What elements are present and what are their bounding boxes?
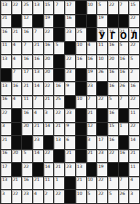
code-cell[interactable]: 11 — [22, 96, 32, 109]
code-cell[interactable]: 21 — [87, 150, 97, 163]
codeword-grid: 1322251315717105227152112191619221621167… — [0, 0, 140, 204]
cell-code-number: 21 — [13, 29, 18, 34]
cell-code-number: 22 — [109, 150, 114, 155]
code-cell[interactable]: 22 — [44, 28, 54, 41]
cell-code-number: 23 — [66, 164, 71, 169]
code-cell[interactable]: 7 — [33, 28, 43, 41]
cell-code-number: 10 — [77, 96, 82, 101]
cell-code-number: 4 — [34, 110, 37, 115]
code-cell[interactable]: 11 — [129, 163, 139, 176]
code-cell[interactable]: 22 — [129, 123, 139, 136]
code-cell[interactable]: 5 — [54, 42, 64, 55]
codeword-puzzle: codeword 1322251315717105227152112191619… — [0, 0, 140, 204]
code-cell[interactable]: 16 — [1, 96, 11, 109]
cell-code-number: 23 — [88, 83, 93, 88]
cell-code-number: 16 — [55, 83, 60, 88]
cell-code-number: 19 — [88, 69, 93, 74]
code-cell[interactable]: 9 — [65, 82, 75, 95]
cell-code-number: 23 — [66, 29, 71, 34]
cell-code-number: 15 — [130, 2, 135, 7]
cell-code-number: 16 — [109, 110, 114, 115]
code-cell[interactable]: 20 — [12, 150, 22, 163]
code-cell[interactable]: 14 — [33, 82, 43, 95]
cell-code-number: 7 — [55, 2, 58, 7]
code-cell[interactable]: 21 — [87, 109, 97, 122]
cell-code-number: 1 — [109, 177, 112, 182]
code-cell[interactable]: 16 — [44, 42, 54, 55]
code-cell[interactable]: 14 — [33, 150, 43, 163]
code-cell[interactable]: 14 — [44, 163, 54, 176]
code-cell[interactable]: 7 — [22, 42, 32, 55]
code-cell[interactable]: 1 — [119, 123, 129, 136]
code-cell[interactable]: 23 — [87, 82, 97, 95]
black-cell — [119, 163, 129, 176]
cell-code-number: 22 — [66, 56, 71, 61]
code-cell[interactable]: 22 — [1, 109, 11, 122]
code-cell[interactable]: 16 — [108, 69, 118, 82]
cell-code-number: 17 — [2, 164, 7, 169]
cell-code-number: 14 — [34, 150, 39, 155]
code-cell[interactable]: 10 — [76, 96, 86, 109]
code-cell[interactable]: 14 — [129, 136, 139, 149]
cell-code-number: 4 — [130, 177, 133, 182]
black-cell — [119, 15, 129, 28]
code-cell[interactable]: 12 — [22, 15, 32, 28]
code-cell[interactable]: 16 — [119, 55, 129, 68]
code-cell[interactable]: 23 — [65, 69, 75, 82]
code-cell[interactable]: 4 — [33, 190, 43, 203]
code-cell[interactable]: 7 — [54, 1, 64, 14]
black-cell — [76, 109, 86, 122]
cell-code-number: 5 — [120, 42, 123, 47]
cell-code-number: 21 — [88, 150, 93, 155]
code-cell[interactable]: 4 — [12, 96, 22, 109]
code-cell[interactable]: 16 — [119, 69, 129, 82]
code-cell[interactable]: 22 — [12, 1, 22, 14]
code-cell[interactable]: 19 — [97, 15, 107, 28]
cell-code-number: 16 — [2, 96, 7, 101]
code-cell[interactable]: 11 — [1, 42, 11, 55]
cell-code-number: 16 — [130, 83, 135, 88]
code-cell[interactable]: 13 — [76, 163, 86, 176]
code-cell[interactable]: 11 — [97, 42, 107, 55]
code-cell[interactable]: 11 — [44, 177, 54, 190]
code-cell[interactable]: 21 — [12, 28, 22, 41]
code-cell[interactable]: 20 — [108, 55, 118, 68]
cell-code-number: 22 — [45, 83, 50, 88]
code-cell[interactable]: 16 — [12, 82, 22, 95]
black-cell — [12, 123, 22, 136]
cell-code-number: 5 — [55, 42, 58, 47]
code-cell[interactable]: 22 — [108, 150, 118, 163]
code-cell[interactable]: 17 — [97, 136, 107, 149]
code-cell[interactable]: 5 — [108, 96, 118, 109]
code-cell[interactable]: 21 — [129, 150, 139, 163]
code-cell[interactable]: 21 — [1, 15, 11, 28]
cell-code-number: 19 — [98, 164, 103, 169]
black-cell — [76, 1, 86, 14]
code-cell[interactable]: 16 — [22, 177, 32, 190]
code-cell[interactable]: 16 — [108, 42, 118, 55]
code-cell[interactable]: 26 — [119, 82, 129, 95]
cell-code-number: 5 — [109, 191, 112, 196]
code-cell[interactable]: 4 — [12, 55, 22, 68]
code-cell[interactable]: 13 — [33, 1, 43, 14]
code-cell[interactable]: 22 — [54, 190, 64, 203]
code-cell[interactable]: 25 — [54, 96, 64, 109]
code-cell[interactable]: 23 — [22, 190, 32, 203]
cell-code-number: 23 — [66, 69, 71, 74]
cell-code-number: 4 — [34, 191, 37, 196]
cell-code-number: 11 — [130, 164, 135, 169]
code-cell[interactable]: 3 — [1, 190, 11, 203]
code-cell[interactable]: 13 — [1, 55, 11, 68]
code-cell[interactable]: 5 — [97, 1, 107, 14]
cell-code-number: 25 — [23, 2, 28, 7]
cell-code-number: 16 — [77, 56, 82, 61]
code-cell[interactable]: 26 — [97, 69, 107, 82]
cell-code-number: 7 — [13, 69, 16, 74]
code-cell[interactable]: 21 — [33, 42, 43, 55]
code-cell[interactable]: 11 — [129, 109, 139, 122]
cell-code-number: 21 — [88, 110, 93, 115]
black-cell — [119, 109, 129, 122]
code-cell[interactable]: 22 — [129, 42, 139, 55]
code-cell[interactable]: 14 — [44, 123, 54, 136]
code-cell[interactable]: 25 — [22, 1, 32, 14]
cell-code-number: 16 — [13, 83, 18, 88]
black-cell — [76, 82, 86, 95]
cell-code-number: 21 — [77, 177, 82, 182]
cell-code-number: 21 — [55, 164, 60, 169]
black-cell — [65, 42, 75, 55]
code-cell[interactable]: 20 — [44, 55, 54, 68]
cell-code-number: 22 — [130, 15, 135, 20]
code-cell[interactable]: 16 — [108, 82, 118, 95]
code-cell[interactable]: 17 — [65, 1, 75, 14]
code-cell[interactable]: 21 — [76, 177, 86, 190]
cell-code-number: 11 — [98, 42, 103, 47]
cell-code-number: 20 — [45, 56, 50, 61]
cell-code-number: 7 — [34, 29, 37, 34]
cell-code-number: 16 — [109, 137, 114, 142]
code-cell[interactable]: 9 — [65, 123, 75, 136]
code-cell[interactable]: 23 — [97, 150, 107, 163]
code-cell[interactable]: 10 — [97, 55, 107, 68]
code-cell[interactable]: 6 — [65, 136, 75, 149]
code-cell[interactable]: 16 — [108, 136, 118, 149]
code-cell[interactable]: 22 — [54, 109, 64, 122]
code-cell[interactable]: 7 — [119, 177, 129, 190]
code-cell[interactable]: 22 — [22, 163, 32, 176]
cell-code-number: 15 — [45, 2, 50, 7]
code-cell[interactable]: 23 — [65, 163, 75, 176]
code-cell[interactable]: 22 — [65, 55, 75, 68]
black-cell — [54, 55, 64, 68]
code-cell[interactable]: 19 — [44, 15, 54, 28]
code-cell[interactable]: 21 — [54, 163, 64, 176]
code-cell[interactable]: 16 — [119, 150, 129, 163]
code-cell[interactable]: 16 — [33, 55, 43, 68]
code-cell[interactable]: 7 — [119, 96, 129, 109]
cell-code-number: 19 — [98, 15, 103, 20]
cell-code-number: 21 — [130, 150, 135, 155]
code-cell[interactable]: 4 — [33, 109, 43, 122]
black-cell — [119, 136, 129, 149]
cell-code-number: 11 — [23, 96, 28, 101]
cell-code-number: 14 — [34, 83, 39, 88]
black-cell — [33, 163, 43, 176]
code-cell[interactable]: 21 — [44, 96, 54, 109]
cell-code-number: 22 — [98, 177, 103, 182]
cell-code-number: 3 — [130, 191, 133, 196]
code-cell[interactable]: 15 — [129, 1, 139, 14]
black-cell — [108, 15, 118, 28]
black-cell — [97, 123, 107, 136]
cell-code-number: 22 — [45, 29, 50, 34]
cell-code-number: 13 — [55, 137, 60, 142]
cell-code-number: 13 — [2, 2, 7, 7]
cell-code-number: 13 — [34, 69, 39, 74]
code-cell[interactable]: 7 — [12, 69, 22, 82]
code-cell[interactable]: 25 — [76, 28, 86, 41]
code-cell[interactable]: 7 — [119, 1, 129, 14]
code-cell[interactable]: 13 — [54, 136, 64, 149]
cell-code-number: 22 — [13, 2, 18, 7]
cell-code-number: 2 — [45, 191, 48, 196]
code-cell[interactable]: 5 — [129, 55, 139, 68]
cell-code-number: 17 — [98, 137, 103, 142]
code-cell[interactable]: 15 — [44, 1, 54, 14]
letter-cell[interactable]: 14Л — [129, 28, 139, 41]
code-cell[interactable]: 16 — [22, 28, 32, 41]
code-cell[interactable]: 5 — [119, 42, 129, 55]
black-cell — [12, 109, 22, 122]
code-cell[interactable]: 13 — [33, 69, 43, 82]
cell-code-number: 14 — [45, 164, 50, 169]
cell-code-number: 12 — [88, 123, 93, 128]
code-cell[interactable]: 21 — [65, 150, 75, 163]
cell-code-number: 7 — [23, 42, 26, 47]
code-cell[interactable]: 16 — [65, 15, 75, 28]
cell-code-number: 21 — [34, 177, 39, 182]
black-cell — [22, 136, 32, 149]
cell-code-number: 16 — [34, 56, 39, 61]
code-cell[interactable]: 16 — [1, 28, 11, 41]
code-cell[interactable]: 7 — [87, 96, 97, 109]
black-cell — [44, 136, 54, 149]
cell-code-number: 6 — [66, 137, 69, 142]
code-cell[interactable]: 13 — [1, 1, 11, 14]
code-cell[interactable]: 10 — [76, 42, 86, 55]
cell-code-number: 22 — [98, 96, 103, 101]
code-cell[interactable]: 23 — [65, 109, 75, 122]
cell-code-number: 9 — [66, 123, 69, 128]
code-cell[interactable]: 4 — [12, 42, 22, 55]
code-cell[interactable]: 15 — [108, 123, 118, 136]
code-cell[interactable]: 17 — [1, 163, 11, 176]
code-cell[interactable]: 16 — [87, 55, 97, 68]
revealed-letter: Г — [108, 32, 118, 41]
code-cell[interactable]: 17 — [22, 69, 32, 82]
code-cell[interactable]: 10 — [87, 177, 97, 190]
black-cell — [65, 190, 75, 203]
cell-code-number: 16 — [109, 69, 114, 74]
code-cell[interactable]: 5 — [108, 190, 118, 203]
letter-cell[interactable]: 20У — [97, 28, 107, 41]
code-cell[interactable]: 2 — [44, 190, 54, 203]
cell-code-number: 22 — [130, 123, 135, 128]
code-cell[interactable]: 21 — [22, 82, 32, 95]
code-cell[interactable]: 20 — [44, 69, 54, 82]
cell-code-number: 1 — [120, 123, 123, 128]
cell-code-number: 7 — [34, 96, 37, 101]
cell-code-number: 2 — [130, 69, 133, 74]
code-cell[interactable]: 1 — [54, 177, 64, 190]
code-cell[interactable]: 12 — [87, 123, 97, 136]
code-cell[interactable]: 22 — [129, 96, 139, 109]
cell-code-number: 16 — [45, 42, 50, 47]
code-cell[interactable]: 22 — [12, 190, 22, 203]
cell-code-number: 22 — [2, 110, 7, 115]
black-cell — [12, 15, 22, 28]
code-cell[interactable]: 3 — [1, 123, 11, 136]
code-cell[interactable]: 16 — [22, 109, 32, 122]
code-cell[interactable]: 4 — [129, 177, 139, 190]
code-cell[interactable]: 10 — [87, 1, 97, 14]
cell-code-number: 7 — [120, 2, 123, 7]
cell-code-number: 7 — [88, 96, 91, 101]
code-cell[interactable]: 16 — [108, 109, 118, 122]
cell-code-number: 3 — [45, 110, 48, 115]
code-cell[interactable]: 16 — [1, 150, 11, 163]
cell-code-number: 23 — [98, 150, 103, 155]
cell-code-number: 16 — [23, 29, 28, 34]
cell-code-number: 5 — [23, 150, 26, 155]
code-cell[interactable]: 23 — [65, 28, 75, 41]
code-cell[interactable]: 5 — [22, 150, 32, 163]
cell-code-number: 22 — [130, 42, 135, 47]
cell-code-number: 4 — [13, 96, 16, 101]
code-cell[interactable]: 22 — [97, 190, 107, 203]
cell-code-number: 22 — [23, 164, 28, 169]
cell-code-number: 11 — [2, 42, 7, 47]
black-cell — [65, 96, 75, 109]
code-cell[interactable]: 3 — [87, 136, 97, 149]
code-cell[interactable]: 22 — [44, 150, 54, 163]
cell-code-number: 19 — [45, 15, 50, 20]
cell-code-number: 20 — [23, 123, 28, 128]
black-cell — [76, 150, 86, 163]
cell-code-number: 10 — [88, 177, 93, 182]
code-cell[interactable]: 13 — [1, 82, 11, 95]
cell-code-number: 15 — [109, 123, 114, 128]
code-cell[interactable]: 10 — [76, 190, 86, 203]
cell-code-number: 9 — [66, 83, 69, 88]
code-cell[interactable]: 21 — [1, 136, 11, 149]
code-cell[interactable]: 20 — [22, 123, 32, 136]
cell-code-number: 16 — [120, 69, 125, 74]
code-cell[interactable]: 22 — [97, 96, 107, 109]
code-cell[interactable]: 7 — [33, 96, 43, 109]
code-cell[interactable]: 22 — [129, 15, 139, 28]
cell-code-number: 22 — [130, 96, 135, 101]
black-cell — [12, 136, 22, 149]
code-cell[interactable]: 3 — [44, 109, 54, 122]
cell-code-number: 16 — [109, 83, 114, 88]
code-cell[interactable]: 16 — [129, 82, 139, 95]
cell-code-number: 22 — [45, 150, 50, 155]
cell-code-number: 16 — [23, 177, 28, 182]
cell-code-number: 21 — [55, 123, 60, 128]
code-cell[interactable]: 21 — [33, 177, 43, 190]
cell-code-number: 16 — [2, 150, 7, 155]
cell-code-number: 26 — [120, 191, 125, 196]
black-cell — [65, 177, 75, 190]
cell-code-number: 25 — [55, 96, 60, 101]
black-cell — [87, 28, 97, 41]
cell-code-number: 26 — [120, 83, 125, 88]
cell-code-number: 13 — [2, 56, 7, 61]
code-cell[interactable]: 19 — [87, 69, 97, 82]
code-cell[interactable]: 5 — [87, 190, 97, 203]
cell-code-number: 26 — [98, 69, 103, 74]
cell-code-number: 17 — [23, 69, 28, 74]
code-cell[interactable]: 16 — [76, 55, 86, 68]
cell-code-number: 21 — [66, 150, 71, 155]
black-cell — [87, 163, 97, 176]
cell-code-number: 5 — [98, 2, 101, 7]
code-cell[interactable]: 22 — [108, 1, 118, 14]
cell-code-number: 5 — [88, 191, 91, 196]
cell-code-number: 16 — [66, 15, 71, 20]
cell-code-number: 4 — [13, 56, 16, 61]
code-cell[interactable]: 26 — [119, 190, 129, 203]
revealed-letter: У — [97, 32, 107, 41]
code-cell[interactable]: 16 — [22, 55, 32, 68]
black-cell — [33, 15, 43, 28]
cell-code-number: 13 — [34, 2, 39, 7]
code-cell[interactable]: 22 — [97, 177, 107, 190]
black-cell — [12, 163, 22, 176]
cell-code-number: 21 — [34, 123, 39, 128]
cell-code-number: 7 — [120, 177, 123, 182]
cell-code-number: 13 — [2, 177, 7, 182]
letter-cell[interactable]: 16Г — [108, 28, 118, 41]
code-cell[interactable]: 23 — [33, 136, 43, 149]
code-cell[interactable]: 21 — [33, 123, 43, 136]
code-cell[interactable]: 22 — [44, 82, 54, 95]
code-cell[interactable]: 4 — [87, 42, 97, 55]
cell-code-number: 16 — [109, 42, 114, 47]
cell-code-number: 23 — [34, 137, 39, 142]
cell-code-number: 1 — [55, 177, 58, 182]
code-cell[interactable]: 2 — [129, 69, 139, 82]
code-cell[interactable]: 3 — [129, 190, 139, 203]
letter-cell[interactable]: 21О — [119, 28, 129, 41]
code-cell[interactable]: 21 — [54, 123, 64, 136]
cell-code-number: 16 — [2, 29, 7, 34]
code-cell[interactable]: 21 — [12, 177, 22, 190]
code-cell[interactable]: 19 — [97, 163, 107, 176]
code-cell[interactable]: 16 — [54, 82, 64, 95]
cell-code-number: 20 — [109, 56, 114, 61]
code-cell[interactable]: 13 — [1, 177, 11, 190]
cell-code-number: 11 — [45, 177, 50, 182]
code-cell[interactable]: 1 — [108, 177, 118, 190]
revealed-letter: Л — [129, 32, 139, 41]
black-cell — [108, 163, 118, 176]
